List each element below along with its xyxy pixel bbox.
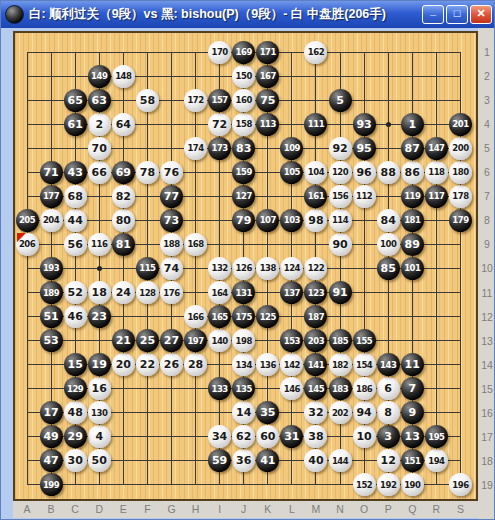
go-stone-3: 3 [377,425,400,448]
column-label-L: L [289,503,295,515]
go-stone-32: 32 [304,401,327,424]
go-stone-113: 113 [256,113,279,136]
go-stone-204: 204 [40,209,63,232]
go-stone-111: 111 [304,113,327,136]
go-stone-194: 194 [425,449,448,472]
go-stone-120: 120 [329,161,352,184]
go-stone-84: 84 [377,209,400,232]
column-label-I: I [218,503,221,515]
go-stone-6: 6 [377,377,400,400]
go-stone-86: 86 [401,161,424,184]
row-label-10: 10 [478,262,495,274]
row-label-9: 9 [478,238,495,250]
column-label-G: G [167,503,175,515]
go-stone-12: 12 [377,449,400,472]
go-stone-188: 188 [160,233,183,256]
go-stone-35: 35 [256,401,279,424]
go-stone-150: 150 [232,65,255,88]
go-stone-17: 17 [40,401,63,424]
go-stone-64: 64 [112,113,135,136]
go-stone-195: 195 [425,425,448,448]
row-label-15: 15 [478,383,495,395]
go-stone-22: 22 [136,353,159,376]
go-stone-153: 153 [280,329,303,352]
go-stone-81: 81 [112,233,135,256]
row-label-4: 4 [478,118,495,130]
go-stone-27: 27 [160,329,183,352]
go-stone-41: 41 [256,449,279,472]
go-stone-144: 144 [329,449,352,472]
go-stone-19: 19 [88,353,111,376]
go-stone-134: 134 [232,353,255,376]
go-stone-62: 62 [232,425,255,448]
row-label-3: 3 [478,94,495,106]
go-stone-15: 15 [64,353,87,376]
go-stone-171: 171 [256,41,279,64]
grid-line [436,52,437,486]
row-label-19: 19 [478,479,495,491]
go-stone-124: 124 [280,257,303,280]
go-stone-179: 179 [449,209,472,232]
go-stone-98: 98 [304,209,327,232]
go-stone-196: 196 [449,473,472,496]
go-stone-95: 95 [353,137,376,160]
go-stone-101: 101 [401,257,424,280]
star-point [97,266,102,271]
go-stone-80: 80 [112,209,135,232]
go-stone-201: 201 [449,113,472,136]
go-stone-173: 173 [208,137,231,160]
go-stone-40: 40 [304,449,327,472]
column-label-F: F [144,503,150,515]
go-stone-8: 8 [377,401,400,424]
go-stone-127: 127 [232,185,255,208]
go-stone-76: 76 [160,161,183,184]
go-stone-142: 142 [280,353,303,376]
go-stone-75: 75 [256,89,279,112]
go-stone-30: 30 [64,449,87,472]
go-stone-203: 203 [304,329,327,352]
go-stone-169: 169 [232,41,255,64]
go-stone-21: 21 [112,329,135,352]
go-stone-14: 14 [232,401,255,424]
row-label-2: 2 [478,70,495,82]
go-stone-24: 24 [112,281,135,304]
go-stone-7: 7 [401,377,424,400]
row-label-8: 8 [478,214,495,226]
go-stone-136: 136 [256,353,279,376]
go-stone-193: 193 [40,257,63,280]
go-stone-140: 140 [208,329,231,352]
go-stone-112: 112 [353,185,376,208]
go-stone-90: 90 [329,233,352,256]
star-point [386,122,391,127]
go-stone-175: 175 [232,305,255,328]
go-stone-117: 117 [425,185,448,208]
go-stone-192: 192 [377,473,400,496]
go-stone-200: 200 [449,137,472,160]
go-stone-68: 68 [64,185,87,208]
column-label-A: A [23,503,30,515]
go-stone-174: 174 [184,137,207,160]
go-stone-59: 59 [208,449,231,472]
go-stone-128: 128 [136,281,159,304]
go-stone-167: 167 [256,65,279,88]
go-stone-85: 85 [377,257,400,280]
go-board[interactable]: 1234567891011121314151617181920212223242… [13,31,478,501]
go-stone-133: 133 [208,377,231,400]
go-stone-115: 115 [136,257,159,280]
go-stone-73: 73 [160,209,183,232]
go-stone-53: 53 [40,329,63,352]
go-stone-96: 96 [353,161,376,184]
go-stone-92: 92 [329,137,352,160]
go-stone-88: 88 [377,161,400,184]
go-stone-161: 161 [304,185,327,208]
go-stone-38: 38 [304,425,327,448]
go-stone-49: 49 [40,425,63,448]
go-stone-78: 78 [136,161,159,184]
go-stone-82: 82 [112,185,135,208]
maximize-button[interactable]: □ [446,5,468,24]
go-stone-158: 158 [232,113,255,136]
row-label-16: 16 [478,407,495,419]
go-stone-63: 63 [88,89,111,112]
go-stone-69: 69 [112,161,135,184]
go-stone-125: 125 [256,305,279,328]
go-stone-51: 51 [40,305,63,328]
row-label-12: 12 [478,311,495,323]
go-stone-87: 87 [401,137,424,160]
window-controls: _ □ ✕ [422,5,492,24]
go-stone-165: 165 [208,305,231,328]
go-stone-107: 107 [256,209,279,232]
go-stone-100: 100 [377,233,400,256]
go-stone-155: 155 [353,329,376,352]
go-stone-166: 166 [184,305,207,328]
column-label-B: B [48,503,55,515]
go-stone-4: 4 [88,425,111,448]
go-stone-48: 48 [64,401,87,424]
go-stone-10: 10 [353,425,376,448]
go-stone-143: 143 [377,353,400,376]
go-stone-198: 198 [232,329,255,352]
go-stone-131: 131 [232,281,255,304]
go-stone-104: 104 [304,161,327,184]
go-stone-160: 160 [232,89,255,112]
go-stone-13: 13 [401,425,424,448]
go-stone-52: 52 [64,281,87,304]
column-label-O: O [360,503,368,515]
go-stone-72: 72 [208,113,231,136]
go-stone-1: 1 [401,113,424,136]
go-stone-137: 137 [280,281,303,304]
go-stone-46: 46 [64,305,87,328]
go-stone-183: 183 [329,377,352,400]
go-stone-135: 135 [232,377,255,400]
column-label-P: P [385,503,392,515]
go-stone-93: 93 [353,113,376,136]
column-label-E: E [120,503,127,515]
row-label-5: 5 [478,142,495,154]
go-stone-26: 26 [160,353,183,376]
go-stone-164: 164 [208,281,231,304]
column-label-D: D [95,503,103,515]
go-stone-187: 187 [304,305,327,328]
go-stone-16: 16 [88,377,111,400]
column-label-R: R [433,503,441,515]
go-stone-94: 94 [353,401,376,424]
go-stone-83: 83 [232,137,255,160]
go-stone-118: 118 [425,161,448,184]
column-label-H: H [192,503,200,515]
go-stone-176: 176 [160,281,183,304]
go-stone-25: 25 [136,329,159,352]
go-stone-29: 29 [64,425,87,448]
go-stone-141: 141 [304,353,327,376]
last-move-marker [17,233,26,242]
row-label-6: 6 [478,166,495,178]
go-stone-189: 189 [40,281,63,304]
go-stone-31: 31 [280,425,303,448]
go-stone-149: 149 [88,65,111,88]
go-stone-170: 170 [208,41,231,64]
go-stone-18: 18 [88,281,111,304]
row-label-11: 11 [478,287,495,299]
row-label-13: 13 [478,335,495,347]
row-label-14: 14 [478,359,495,371]
go-stone-157: 157 [208,89,231,112]
column-label-K: K [264,503,271,515]
row-label-18: 18 [478,455,495,467]
row-label-17: 17 [478,431,495,443]
go-stone-23: 23 [88,305,111,328]
row-labels: 12345678910111213141516171819 [478,28,495,520]
go-stone-180: 180 [449,161,472,184]
go-stone-119: 119 [401,185,424,208]
go-stone-105: 105 [280,161,303,184]
go-stone-116: 116 [88,233,111,256]
title-bar: 白: 顺利过关（9段）vs 黑: bishou(P)（9段）- 白 中盘胜(20… [1,1,495,28]
go-stone-181: 181 [401,209,424,232]
go-stone-79: 79 [232,209,255,232]
column-label-Q: Q [408,503,416,515]
go-stone-138: 138 [256,257,279,280]
column-label-M: M [312,503,321,515]
go-stone-146: 146 [280,377,303,400]
go-stone-159: 159 [232,161,255,184]
go-stone-66: 66 [88,161,111,184]
app-icon [5,5,24,24]
go-stone-71: 71 [40,161,63,184]
go-stone-202: 202 [329,401,352,424]
go-stone-185: 185 [329,329,352,352]
go-stone-70: 70 [88,137,111,160]
go-stone-60: 60 [256,425,279,448]
go-stone-130: 130 [88,401,111,424]
go-stone-58: 58 [136,89,159,112]
go-stone-44: 44 [64,209,87,232]
go-stone-28: 28 [184,353,207,376]
go-stone-61: 61 [64,113,87,136]
go-stone-109: 109 [280,137,303,160]
go-stone-177: 177 [40,185,63,208]
go-stone-91: 91 [329,281,352,304]
go-stone-197: 197 [184,329,207,352]
go-stone-36: 36 [232,449,255,472]
go-stone-145: 145 [304,377,327,400]
go-stone-132: 132 [208,257,231,280]
go-stone-186: 186 [353,377,376,400]
go-stone-34: 34 [208,425,231,448]
go-stone-43: 43 [64,161,87,184]
go-stone-9: 9 [401,401,424,424]
go-stone-2: 2 [88,113,111,136]
go-stone-122: 122 [304,257,327,280]
go-game-window: 白: 顺利过关（9段）vs 黑: bishou(P)（9段）- 白 中盘胜(20… [0,0,495,520]
column-label-C: C [71,503,79,515]
go-stone-162: 162 [304,41,327,64]
go-stone-20: 20 [112,353,135,376]
go-stone-152: 152 [353,473,376,496]
go-stone-190: 190 [401,473,424,496]
go-stone-5: 5 [329,89,352,112]
go-stone-151: 151 [401,449,424,472]
go-stone-199: 199 [40,473,63,496]
go-stone-74: 74 [160,257,183,280]
go-stone-172: 172 [184,89,207,112]
go-stone-50: 50 [88,449,111,472]
column-label-N: N [336,503,344,515]
go-stone-126: 126 [232,257,255,280]
go-stone-65: 65 [64,89,87,112]
row-label-7: 7 [478,190,495,202]
go-stone-178: 178 [449,185,472,208]
row-label-1: 1 [478,46,495,58]
go-stone-156: 156 [329,185,352,208]
go-stone-89: 89 [401,233,424,256]
close-button[interactable]: ✕ [470,5,492,24]
go-stone-148: 148 [112,65,135,88]
go-stone-168: 168 [184,233,207,256]
go-stone-205: 205 [16,209,39,232]
go-stone-154: 154 [353,353,376,376]
go-stone-182: 182 [329,353,352,376]
column-label-S: S [457,503,464,515]
go-stone-147: 147 [425,137,448,160]
go-stone-123: 123 [304,281,327,304]
column-label-J: J [241,503,246,515]
go-stone-114: 114 [329,209,352,232]
window-title: 白: 顺利过关（9段）vs 黑: bishou(P)（9段）- 白 中盘胜(20… [29,6,422,23]
go-stone-103: 103 [280,209,303,232]
minimize-button[interactable]: _ [422,5,444,24]
go-stone-77: 77 [160,185,183,208]
column-labels: ABCDEFGHIJKLMNOPQRS [13,501,478,518]
go-stone-129: 129 [64,377,87,400]
go-stone-11: 11 [401,353,424,376]
go-stone-47: 47 [40,449,63,472]
go-stone-56: 56 [64,233,87,256]
